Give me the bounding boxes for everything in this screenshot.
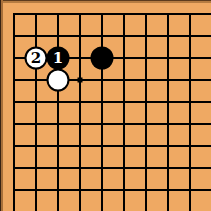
board-intersection[interactable] (25, 157, 47, 179)
board-intersection[interactable] (201, 135, 211, 157)
board-intersection[interactable] (25, 113, 47, 135)
board-intersection[interactable] (25, 69, 47, 91)
board-intersection[interactable] (91, 47, 113, 69)
board-intersection[interactable] (47, 179, 69, 201)
hoshi-marker (78, 78, 83, 83)
white-stone (47, 69, 70, 92)
board-intersection[interactable] (3, 47, 25, 69)
board-intersection[interactable] (179, 91, 201, 113)
board-intersection[interactable] (3, 25, 25, 47)
board-intersection[interactable] (47, 157, 69, 179)
board-intersection[interactable] (135, 135, 157, 157)
board-intersection[interactable] (157, 25, 179, 47)
board-intersection[interactable] (3, 3, 25, 25)
board-intersection[interactable] (113, 113, 135, 135)
board-intersection[interactable] (91, 69, 113, 91)
go-board: 21 (0, 0, 211, 211)
board-intersection[interactable] (135, 157, 157, 179)
board-intersection[interactable]: 1 (47, 47, 69, 69)
board-intersection[interactable] (69, 113, 91, 135)
board-intersection[interactable] (91, 3, 113, 25)
board-intersection[interactable] (135, 47, 157, 69)
board-intersection[interactable] (157, 113, 179, 135)
board-frame-top (0, 1, 211, 3)
board-intersection[interactable] (179, 135, 201, 157)
board-intersection[interactable] (113, 157, 135, 179)
board-intersection[interactable] (135, 3, 157, 25)
board-intersection[interactable] (25, 179, 47, 201)
board-intersection[interactable] (69, 69, 91, 91)
board-intersection[interactable] (157, 69, 179, 91)
board-intersection[interactable] (135, 91, 157, 113)
board-intersection[interactable] (157, 135, 179, 157)
board-intersection[interactable] (179, 201, 201, 211)
board-intersection[interactable] (69, 201, 91, 211)
board-intersection[interactable] (69, 179, 91, 201)
board-intersection[interactable] (69, 25, 91, 47)
board-intersection[interactable] (47, 3, 69, 25)
board-intersection[interactable] (157, 157, 179, 179)
board-intersection[interactable] (3, 157, 25, 179)
board-intersection[interactable] (47, 135, 69, 157)
board-intersection[interactable] (179, 179, 201, 201)
board-intersection[interactable] (113, 25, 135, 47)
board-intersection[interactable] (201, 69, 211, 91)
board-intersection[interactable] (179, 157, 201, 179)
board-intersection[interactable] (3, 179, 25, 201)
board-intersection[interactable] (157, 201, 179, 211)
board-intersection[interactable] (25, 91, 47, 113)
board-intersection[interactable]: 2 (25, 47, 47, 69)
board-intersection[interactable] (201, 25, 211, 47)
board-frame-left (1, 0, 3, 211)
board-intersection[interactable] (3, 113, 25, 135)
board-intersection[interactable] (3, 69, 25, 91)
board-intersection[interactable] (113, 201, 135, 211)
board-intersection[interactable] (91, 179, 113, 201)
board-intersection[interactable] (179, 25, 201, 47)
board-intersection[interactable] (25, 201, 47, 211)
board-intersection[interactable] (3, 201, 25, 211)
board-intersection[interactable] (113, 47, 135, 69)
board-intersection[interactable] (113, 179, 135, 201)
board-intersection[interactable] (179, 3, 201, 25)
board-intersection[interactable] (91, 135, 113, 157)
board-intersection[interactable] (47, 201, 69, 211)
board-intersection[interactable] (3, 91, 25, 113)
board-intersection[interactable] (91, 201, 113, 211)
board-intersection[interactable] (69, 157, 91, 179)
move-number: 1 (53, 51, 63, 66)
board-intersection[interactable] (201, 47, 211, 69)
board-intersection[interactable] (69, 47, 91, 69)
board-intersection[interactable] (91, 25, 113, 47)
board-intersection[interactable] (91, 91, 113, 113)
board-intersection[interactable] (135, 25, 157, 47)
board-intersection[interactable] (135, 69, 157, 91)
board-intersection[interactable] (157, 3, 179, 25)
board-intersection[interactable] (69, 135, 91, 157)
board-intersection[interactable] (69, 91, 91, 113)
black-stone (91, 47, 114, 70)
board-intersection[interactable] (69, 3, 91, 25)
board-intersection[interactable] (179, 113, 201, 135)
board-intersection[interactable] (201, 113, 211, 135)
board-intersection[interactable] (113, 3, 135, 25)
board-intersection[interactable] (135, 179, 157, 201)
board-intersection[interactable] (25, 3, 47, 25)
board-intersection[interactable] (113, 91, 135, 113)
board-intersection[interactable] (47, 113, 69, 135)
board-intersection[interactable] (201, 91, 211, 113)
board-intersection[interactable] (179, 69, 201, 91)
board-intersection[interactable] (201, 179, 211, 201)
board-intersection[interactable] (91, 157, 113, 179)
board-intersection[interactable] (157, 179, 179, 201)
goban-grid: 21 (3, 3, 211, 211)
black-stone: 1 (47, 47, 70, 70)
board-intersection[interactable] (201, 3, 211, 25)
board-intersection[interactable] (201, 157, 211, 179)
board-intersection[interactable] (113, 69, 135, 91)
board-intersection[interactable] (135, 113, 157, 135)
board-intersection[interactable] (91, 113, 113, 135)
board-intersection[interactable] (179, 47, 201, 69)
board-intersection[interactable] (157, 91, 179, 113)
board-intersection[interactable] (25, 135, 47, 157)
board-intersection[interactable] (135, 201, 157, 211)
board-intersection[interactable] (113, 135, 135, 157)
board-intersection[interactable] (47, 91, 69, 113)
board-intersection[interactable] (3, 135, 25, 157)
board-intersection[interactable] (201, 201, 211, 211)
board-intersection[interactable] (157, 47, 179, 69)
board-intersection[interactable] (25, 25, 47, 47)
board-intersection[interactable] (47, 69, 69, 91)
white-stone: 2 (25, 47, 48, 70)
move-number: 2 (31, 51, 41, 66)
board-intersection[interactable] (47, 25, 69, 47)
